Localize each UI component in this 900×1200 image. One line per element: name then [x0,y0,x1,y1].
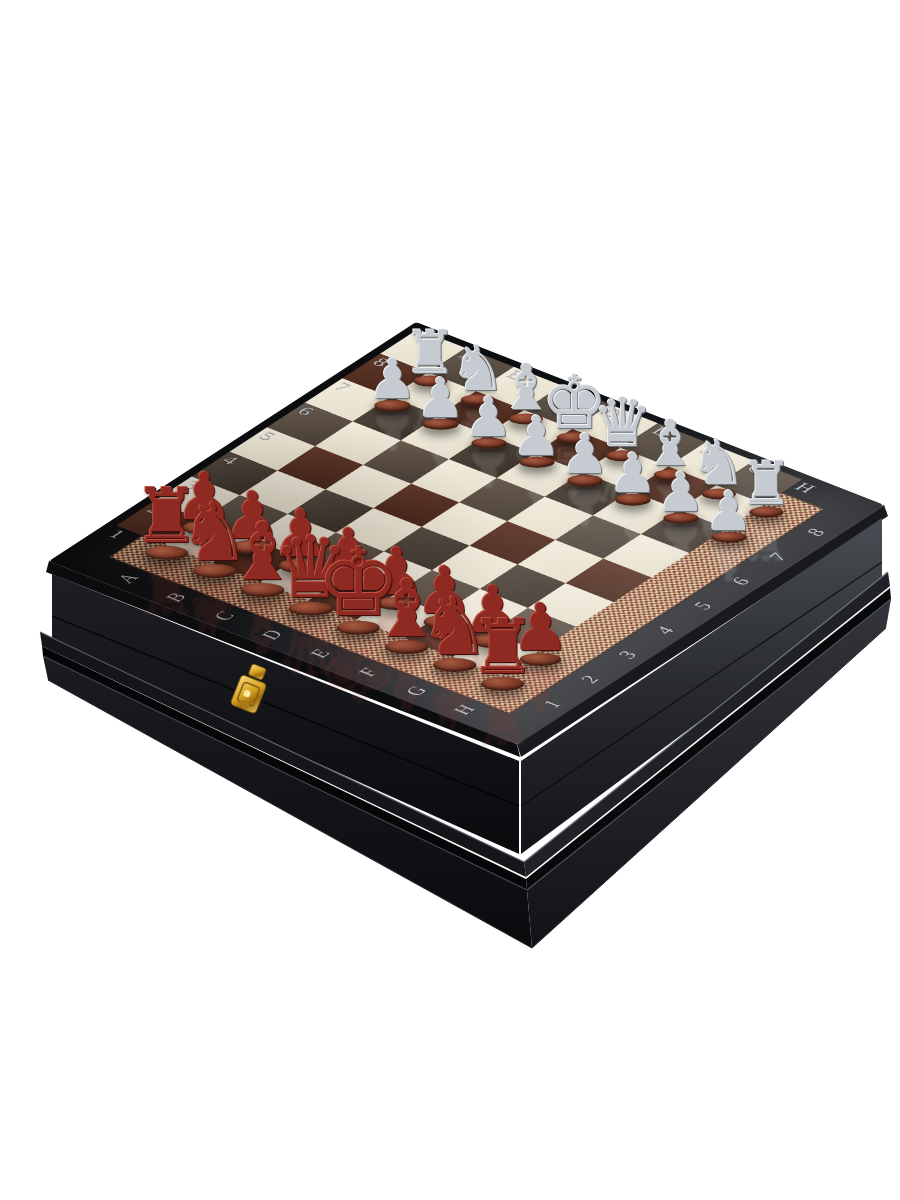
silver-pawn-glyph: ♟ [416,373,465,423]
rank-label-8-right: 8 [803,526,829,538]
piece-reflection: ♟ [416,427,465,472]
piece-silver-pawn-a7[interactable]: ♟♟ [368,354,417,411]
piece-reflection: ♟ [656,521,705,566]
piece-reflection: ♜ [469,688,537,751]
piece-silver-pawn-d7[interactable]: ♟♟ [512,410,561,467]
silver-pawn-glyph: ♟ [656,467,705,517]
silver-pawn-glyph: ♟ [368,354,417,404]
piece-silver-pawn-h7[interactable]: ♟♟ [704,485,753,542]
product-photo: AABBCCDDEEFFGGHH1122334455667788 ♜♜♞♞♝♝♚… [0,0,900,1200]
silver-pawn-glyph: ♟ [608,448,657,498]
silver-pawn-glyph: ♟ [704,485,753,535]
piece-reflection: ♟ [608,503,657,548]
rank-label-3-right: 3 [615,649,641,661]
rank-label-5-right: 5 [690,600,716,612]
piece-reflection: ♟ [464,446,513,491]
piece-silver-pawn-e7[interactable]: ♟♟ [560,429,609,486]
piece-red-rook-h1[interactable]: ♜♜ [469,613,537,691]
piece-reflection: ♟ [512,465,561,510]
piece-reflection: ♟ [560,484,609,529]
silver-pawn-glyph: ♟ [464,391,513,441]
piece-reflection: ♟ [368,409,417,454]
silver-pawn-glyph: ♟ [560,429,609,479]
piece-reflection: ♟ [704,540,753,585]
piece-silver-pawn-c7[interactable]: ♟♟ [464,391,513,448]
silver-pawn-glyph: ♟ [512,410,561,460]
piece-silver-pawn-f7[interactable]: ♟♟ [608,448,657,505]
rank-label-4-right: 4 [652,624,678,636]
piece-silver-pawn-g7[interactable]: ♟♟ [656,467,705,524]
red-rook-glyph: ♜ [469,613,537,683]
rank-label-2-right: 2 [577,673,603,685]
piece-silver-pawn-b7[interactable]: ♟♟ [416,373,465,430]
rank-label-1-left: 1 [105,527,129,540]
